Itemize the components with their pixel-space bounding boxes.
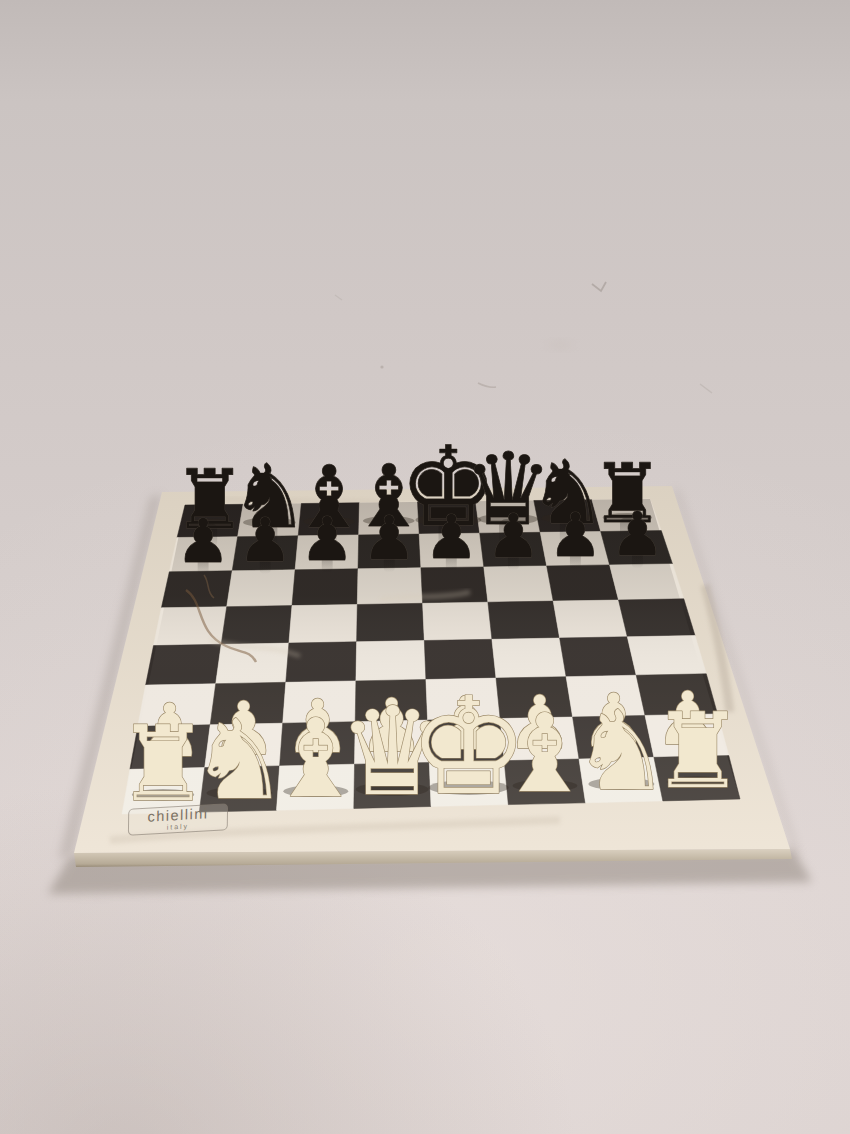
- piece-black-pawn-c7: ♟: [300, 504, 354, 574]
- piece-white-rook-h1: ♜: [651, 690, 744, 812]
- piece-black-pawn-b7: ♟: [238, 505, 292, 575]
- piece-black-pawn-f7: ♟: [486, 501, 540, 571]
- piece-black-pawn-h7: ♟: [610, 499, 664, 569]
- piece-black-pawn-e7: ♟: [424, 502, 478, 572]
- photo-backdrop: ♜♞♝♝♚♛♞♜♟♟♟♟♟♟♟♟♟♟♟♟♟♟♟♟♜♞♝♛♚♝♞♜ chielli…: [0, 0, 850, 1134]
- wall-scuff: [478, 383, 496, 387]
- wall-scuff: [700, 384, 712, 393]
- wall-scuff: [592, 282, 606, 291]
- wall-scuff: [380, 365, 383, 368]
- piece-black-pawn-g7: ♟: [548, 500, 602, 570]
- piece-black-pawn-a7: ♟: [176, 506, 230, 576]
- wall-scuff: [335, 295, 342, 300]
- chess-board: ♜♞♝♝♚♛♞♜♟♟♟♟♟♟♟♟♟♟♟♟♟♟♟♟♜♞♝♛♚♝♞♜: [0, 0, 850, 1134]
- wall-scuff: [546, 341, 574, 349]
- board-brand-label: chiellini italy: [128, 803, 228, 836]
- piece-black-pawn-d7: ♟: [362, 503, 416, 573]
